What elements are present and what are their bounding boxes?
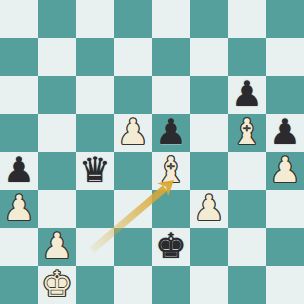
square-a6[interactable]: [0, 76, 38, 114]
square-c8[interactable]: [76, 0, 114, 38]
square-a4[interactable]: ♟: [0, 152, 38, 190]
square-h1[interactable]: [266, 266, 304, 304]
square-d5[interactable]: ♟: [114, 114, 152, 152]
square-d3[interactable]: [114, 190, 152, 228]
piece-white-pawn[interactable]: ♟: [0, 189, 38, 227]
square-g6[interactable]: ♟: [228, 76, 266, 114]
square-f8[interactable]: [190, 0, 228, 38]
chess-board[interactable]: ♟♟♟♝♟♟♛♝♟♟♟♟♚♚: [0, 0, 304, 304]
piece-white-pawn[interactable]: ♟: [266, 151, 304, 189]
square-f3[interactable]: ♟: [190, 190, 228, 228]
piece-black-pawn[interactable]: ♟: [228, 75, 266, 113]
square-a8[interactable]: [0, 0, 38, 38]
square-h7[interactable]: [266, 38, 304, 76]
square-e1[interactable]: [152, 266, 190, 304]
square-a5[interactable]: [0, 114, 38, 152]
square-a2[interactable]: [0, 228, 38, 266]
square-f1[interactable]: [190, 266, 228, 304]
piece-black-pawn[interactable]: ♟: [0, 151, 38, 189]
square-d7[interactable]: [114, 38, 152, 76]
square-g4[interactable]: [228, 152, 266, 190]
square-c1[interactable]: [76, 266, 114, 304]
square-f7[interactable]: [190, 38, 228, 76]
square-e6[interactable]: [152, 76, 190, 114]
piece-white-bishop[interactable]: ♝: [228, 113, 266, 151]
square-b8[interactable]: [38, 0, 76, 38]
square-f2[interactable]: [190, 228, 228, 266]
piece-black-queen[interactable]: ♛: [76, 151, 114, 189]
square-e3[interactable]: [152, 190, 190, 228]
piece-black-pawn[interactable]: ♟: [152, 113, 190, 151]
square-e2[interactable]: ♚: [152, 228, 190, 266]
piece-black-pawn[interactable]: ♟: [266, 113, 304, 151]
square-c3[interactable]: [76, 190, 114, 228]
piece-white-pawn[interactable]: ♟: [190, 189, 228, 227]
square-c2[interactable]: [76, 228, 114, 266]
piece-white-bishop[interactable]: ♝: [152, 151, 190, 189]
square-c4[interactable]: ♛: [76, 152, 114, 190]
square-d1[interactable]: [114, 266, 152, 304]
square-g8[interactable]: [228, 0, 266, 38]
square-c6[interactable]: [76, 76, 114, 114]
square-h6[interactable]: [266, 76, 304, 114]
square-d2[interactable]: [114, 228, 152, 266]
square-b6[interactable]: [38, 76, 76, 114]
square-a7[interactable]: [0, 38, 38, 76]
square-f5[interactable]: [190, 114, 228, 152]
square-e8[interactable]: [152, 0, 190, 38]
square-g2[interactable]: [228, 228, 266, 266]
square-e4[interactable]: ♝: [152, 152, 190, 190]
square-b2[interactable]: ♟: [38, 228, 76, 266]
square-g1[interactable]: [228, 266, 266, 304]
piece-white-pawn[interactable]: ♟: [38, 227, 76, 265]
piece-black-king[interactable]: ♚: [152, 227, 190, 265]
square-f6[interactable]: [190, 76, 228, 114]
square-b5[interactable]: [38, 114, 76, 152]
square-g5[interactable]: ♝: [228, 114, 266, 152]
square-d4[interactable]: [114, 152, 152, 190]
square-h8[interactable]: [266, 0, 304, 38]
square-e5[interactable]: ♟: [152, 114, 190, 152]
square-h4[interactable]: ♟: [266, 152, 304, 190]
square-e7[interactable]: [152, 38, 190, 76]
piece-white-pawn[interactable]: ♟: [114, 113, 152, 151]
square-h5[interactable]: ♟: [266, 114, 304, 152]
square-f4[interactable]: [190, 152, 228, 190]
square-c7[interactable]: [76, 38, 114, 76]
square-h3[interactable]: [266, 190, 304, 228]
square-a1[interactable]: [0, 266, 38, 304]
square-d6[interactable]: [114, 76, 152, 114]
square-h2[interactable]: [266, 228, 304, 266]
square-g7[interactable]: [228, 38, 266, 76]
square-g3[interactable]: [228, 190, 266, 228]
square-a3[interactable]: ♟: [0, 190, 38, 228]
square-b4[interactable]: [38, 152, 76, 190]
piece-white-king[interactable]: ♚: [38, 265, 76, 303]
square-b3[interactable]: [38, 190, 76, 228]
square-c5[interactable]: [76, 114, 114, 152]
square-d8[interactable]: [114, 0, 152, 38]
square-b7[interactable]: [38, 38, 76, 76]
square-b1[interactable]: ♚: [38, 266, 76, 304]
